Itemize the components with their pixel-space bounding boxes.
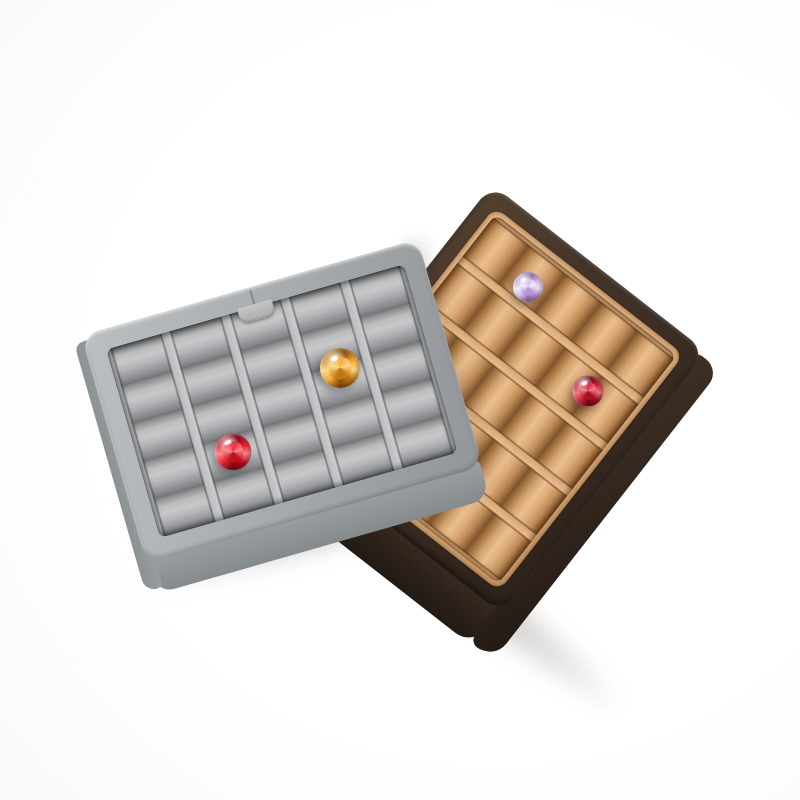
red-gem-on-brown-tray: [573, 376, 604, 407]
product-photo-scene: [0, 0, 800, 800]
gray-jewelry-tray: [81, 239, 482, 562]
page: { "game": "none — not a board game; prod…: [0, 0, 800, 800]
amber-gem: [320, 348, 360, 388]
lavender-gem: [513, 272, 543, 302]
red-gem-on-gray-tray: [215, 434, 252, 471]
